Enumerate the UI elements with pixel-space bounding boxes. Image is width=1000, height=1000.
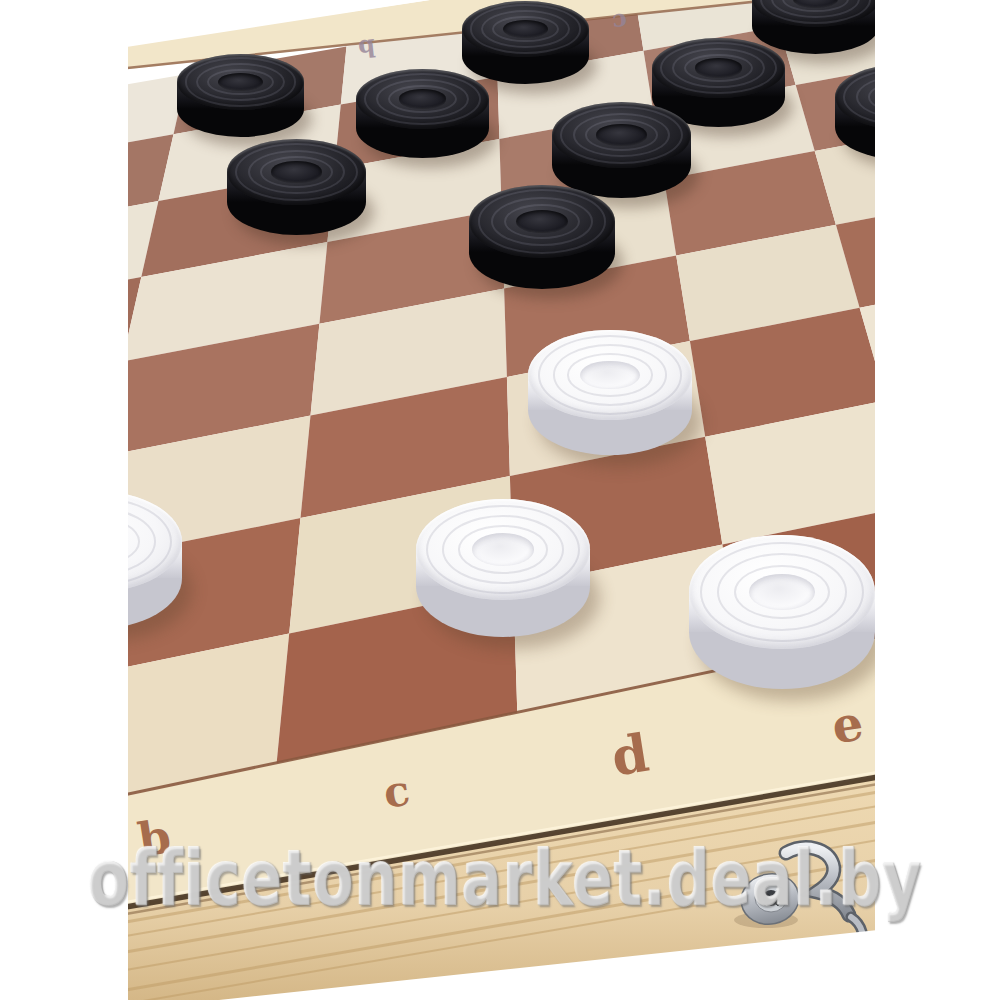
far-file-label-c: c: [611, 7, 629, 37]
product-photo-checkers-board: bcdebc officetonmarket.deal.by: [0, 0, 1000, 1000]
watermark-text: officetonmarket.deal.by: [88, 834, 922, 923]
far-file-label-b: b: [357, 33, 377, 64]
